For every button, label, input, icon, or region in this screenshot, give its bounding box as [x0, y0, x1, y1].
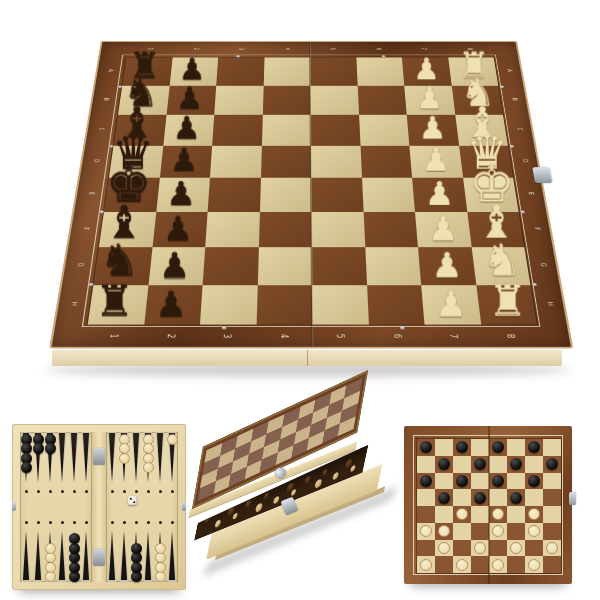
white-checker	[492, 525, 504, 537]
black-checker	[456, 441, 468, 453]
checkers-square	[471, 506, 489, 523]
black-piece-glyph: ♟	[166, 177, 195, 210]
checkers-square	[453, 456, 471, 473]
rank-label: A	[106, 69, 113, 72]
white-checker	[438, 525, 450, 537]
checkers-square	[507, 439, 525, 456]
white-piece-glyph: ♟	[416, 82, 443, 112]
checkers-square	[453, 540, 471, 557]
point-dot	[25, 521, 28, 524]
backgammon-checker	[45, 562, 56, 573]
backgammon-checker	[131, 543, 142, 554]
checkers-square	[489, 556, 507, 573]
white-checker	[528, 525, 540, 537]
checkers-square	[543, 540, 561, 557]
black-checker	[420, 475, 432, 487]
file-label: 6	[374, 48, 380, 50]
checkers-square	[507, 540, 525, 557]
checkers-square	[543, 489, 561, 506]
rank-label: D	[92, 159, 99, 162]
stored-piece	[255, 502, 263, 513]
product-photo: 1122334455667788AABBCCDDEEFFGGHH ♜♟♟♜♞♟♟…	[0, 0, 600, 600]
checkers-square	[525, 439, 543, 456]
rank-label: D	[520, 159, 528, 162]
checkers-square	[543, 473, 561, 490]
black-piece-glyph: ♟	[159, 248, 190, 283]
stored-piece	[214, 519, 221, 528]
checkers-square	[507, 556, 525, 573]
file-label: 3	[237, 48, 243, 50]
checkers-square	[525, 523, 543, 540]
black-piece-glyph: ♜	[95, 279, 134, 322]
backgammon-checker	[69, 571, 80, 582]
checkers-square	[525, 489, 543, 506]
backgammon-checker	[155, 543, 166, 554]
checkers-square	[435, 506, 453, 523]
backgammon-point	[80, 530, 92, 582]
checkers-square	[525, 473, 543, 490]
white-checker	[546, 542, 558, 554]
point-dot	[61, 521, 64, 524]
checkers-square	[435, 456, 453, 473]
point-dot	[73, 490, 76, 493]
backgammon-checker	[155, 552, 166, 563]
checkers-square	[525, 540, 543, 557]
checkers-square	[489, 439, 507, 456]
point-dot	[49, 521, 52, 524]
backgammon-point	[80, 432, 92, 484]
black-checker	[438, 492, 450, 504]
point-dot	[159, 490, 162, 493]
checkers-square	[525, 506, 543, 523]
rank-label: B	[102, 98, 109, 101]
backgammon-point	[130, 432, 142, 484]
checkers-square	[507, 506, 525, 523]
clasp-icon	[569, 492, 576, 505]
checkers-square	[453, 506, 471, 523]
white-piece-glyph: ♟	[419, 112, 447, 143]
checkers-square	[525, 556, 543, 573]
white-checker	[510, 542, 522, 554]
backgammon-checker	[167, 434, 178, 445]
rank-label: C	[515, 128, 522, 131]
backgammon-checker	[119, 453, 130, 464]
point-dot	[159, 521, 162, 524]
point-dot	[111, 490, 114, 493]
checkers-square	[507, 489, 525, 506]
black-checker	[438, 458, 450, 470]
point-dot	[25, 490, 28, 493]
point-dot	[85, 490, 88, 493]
backgammon-checker	[45, 543, 56, 554]
stored-piece	[350, 465, 356, 473]
stored-piece	[204, 516, 210, 524]
checkers-square	[543, 556, 561, 573]
point-dot	[123, 521, 126, 524]
backgammon-checker	[45, 552, 56, 563]
chess-board: 1122334455667788AABBCCDDEEFFGGHH ♜♟♟♜♞♟♟…	[49, 41, 573, 349]
stored-piece	[314, 478, 322, 489]
black-checker	[456, 475, 468, 487]
hinge-icon	[93, 549, 105, 566]
backgammon-point	[118, 530, 130, 582]
black-checker	[546, 458, 558, 470]
file-label: 2	[192, 48, 199, 50]
backgammon-point	[20, 530, 32, 582]
black-checker	[528, 441, 540, 453]
chess-scene: 1122334455667788AABBCCDDEEFFGGHH ♜♟♟♜♞♟♟…	[0, 0, 600, 415]
backgammon-checker	[45, 443, 56, 454]
checkers-square	[471, 456, 489, 473]
checkers-square	[435, 556, 453, 573]
checkers-square	[489, 523, 507, 540]
file-label: 5	[329, 48, 335, 50]
fold-seam	[488, 426, 490, 584]
stored-piece	[304, 475, 311, 484]
backgammon-point	[56, 530, 68, 582]
file-label: 8	[465, 48, 472, 50]
checkers-square	[543, 506, 561, 523]
backgammon-point	[142, 530, 154, 582]
backgammon-checker	[155, 571, 166, 582]
screw-icon	[382, 55, 386, 57]
rank-label: C	[97, 128, 104, 131]
checkers-square	[543, 523, 561, 540]
checkers-board	[404, 426, 572, 584]
file-label: 7	[420, 48, 427, 50]
black-checker	[528, 475, 540, 487]
checkers-square	[543, 456, 561, 473]
black-checker	[510, 458, 522, 470]
stored-piece	[273, 495, 280, 504]
black-piece-glyph: ♟	[155, 287, 187, 323]
white-checker	[456, 559, 468, 571]
backgammon-checker	[69, 533, 80, 544]
backgammon-checker	[131, 552, 142, 563]
die-icon	[128, 496, 137, 505]
screw-icon	[500, 86, 504, 88]
stored-piece	[232, 512, 238, 520]
black-checker	[492, 441, 504, 453]
backgammon-checker	[21, 462, 32, 473]
backgammon-checker	[45, 571, 56, 582]
checkers-square	[417, 540, 435, 557]
rank-label: B	[510, 98, 517, 101]
checkers-square	[417, 456, 435, 473]
screw-icon	[510, 145, 514, 147]
backgammon-checker	[131, 562, 142, 573]
black-checker	[474, 458, 486, 470]
checkers-square	[417, 473, 435, 490]
stored-piece	[291, 488, 297, 496]
checkers-square	[471, 523, 489, 540]
checkers-square	[453, 556, 471, 573]
black-checker	[474, 492, 486, 504]
checkers-square	[471, 540, 489, 557]
checkers-square	[453, 523, 471, 540]
checkers-square	[453, 439, 471, 456]
file-label: 1	[146, 48, 153, 50]
backgammon-board	[12, 424, 186, 590]
black-checker	[420, 441, 432, 453]
checkers-square	[489, 473, 507, 490]
checkers-square	[435, 540, 453, 557]
backgammon-point	[166, 530, 178, 582]
point-dot	[37, 490, 40, 493]
checkers-square	[471, 473, 489, 490]
checkers-square	[417, 489, 435, 506]
white-checker	[456, 508, 468, 520]
point-dot	[111, 521, 114, 524]
white-checker	[492, 508, 504, 520]
point-dot	[171, 521, 174, 524]
checkers-square	[489, 540, 507, 557]
backgammon-checker	[69, 562, 80, 573]
white-piece-glyph: ♟	[425, 177, 454, 210]
backgammon-point	[68, 432, 80, 484]
white-piece-glyph: ♟	[428, 211, 458, 245]
checkers-square	[417, 556, 435, 573]
backgammon-point	[32, 530, 44, 582]
point-dot	[147, 521, 150, 524]
black-checker	[492, 475, 504, 487]
checkers-square	[543, 439, 561, 456]
checkers-square	[417, 523, 435, 540]
point-dot	[61, 490, 64, 493]
white-piece-glyph: ♟	[422, 144, 451, 176]
hinge-icon	[93, 448, 105, 465]
white-checker	[528, 508, 540, 520]
white-checker	[474, 542, 486, 554]
white-piece-glyph: ♜	[488, 279, 527, 322]
backgammon-checker	[131, 571, 142, 582]
white-checker	[420, 525, 432, 537]
backgammon-checker	[69, 552, 80, 563]
point-dot	[73, 521, 76, 524]
point-dot	[123, 490, 126, 493]
white-piece-glyph: ♟	[435, 287, 467, 323]
stored-piece	[332, 471, 339, 480]
checkers-square	[435, 473, 453, 490]
folded-case	[196, 428, 406, 590]
backgammon-point	[106, 530, 118, 582]
checkers-square	[435, 489, 453, 506]
point-dot	[135, 521, 138, 524]
checkers-square	[507, 456, 525, 473]
black-checker	[510, 492, 522, 504]
stored-piece	[322, 468, 328, 476]
black-piece-glyph: ♟	[163, 211, 193, 245]
checkers-square	[417, 506, 435, 523]
white-checker	[492, 559, 504, 571]
backgammon-checker	[143, 462, 154, 473]
checkers-square	[453, 473, 471, 490]
point-dot	[135, 490, 138, 493]
backgammon-point	[106, 432, 118, 484]
point-dot	[147, 490, 150, 493]
rank-label: A	[505, 69, 512, 72]
point-dot	[37, 521, 40, 524]
checkers-square	[507, 473, 525, 490]
backgammon-checker	[33, 443, 44, 454]
black-piece-glyph: ♟	[173, 112, 201, 143]
checkers-square	[453, 489, 471, 506]
black-piece-glyph: ♟	[169, 144, 198, 176]
clasp-icon	[12, 502, 16, 511]
stored-piece	[245, 499, 252, 508]
checkers-square	[471, 489, 489, 506]
point-dot	[49, 490, 52, 493]
checkers-square	[525, 456, 543, 473]
checkers-square	[471, 439, 489, 456]
point-dot	[85, 521, 88, 524]
checkers-square	[489, 506, 507, 523]
checkers-square	[435, 439, 453, 456]
white-checker	[438, 542, 450, 554]
white-piece-glyph: ♟	[432, 248, 463, 283]
black-piece-glyph: ♟	[176, 82, 203, 112]
checkers-square	[489, 489, 507, 506]
checkers-square	[471, 556, 489, 573]
backgammon-checker	[69, 543, 80, 554]
checkers-square	[507, 523, 525, 540]
white-checker	[528, 559, 540, 571]
chess-pieces-layer: ♜♟♟♜♞♟♟♞♝♟♟♝♛♟♟♛♚♟♟♚♝♟♟♝♞♟♟♞♜♟♟♜	[52, 42, 571, 347]
checkers-square	[435, 523, 453, 540]
stored-piece	[263, 492, 269, 500]
backgammon-point	[56, 432, 68, 484]
file-label: 4	[283, 48, 289, 50]
white-checker	[420, 559, 432, 571]
checkers-square	[489, 456, 507, 473]
checkers-square	[417, 439, 435, 456]
hinge-strip	[92, 432, 106, 582]
backgammon-checker	[155, 562, 166, 573]
